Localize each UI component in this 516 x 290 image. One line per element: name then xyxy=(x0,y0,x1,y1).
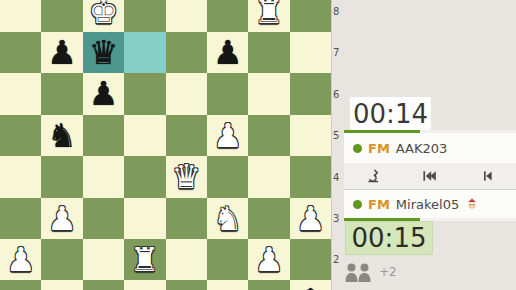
skip-to-start-button[interactable] xyxy=(415,166,445,186)
player-name: Mirakel05 xyxy=(396,197,459,212)
rank-label-2: 2 xyxy=(333,254,343,266)
rank-label-4: 4 xyxy=(333,172,343,184)
square-d1[interactable] xyxy=(124,280,165,290)
square-c5[interactable] xyxy=(83,115,124,156)
square-h2[interactable] xyxy=(290,239,331,280)
move-controls xyxy=(344,163,516,191)
square-h4[interactable] xyxy=(290,156,331,197)
square-a8[interactable] xyxy=(0,0,41,32)
square-a4[interactable] xyxy=(0,156,41,197)
step-back-button[interactable] xyxy=(472,166,502,186)
black-pawn[interactable]: ♟ xyxy=(207,32,248,73)
square-g6[interactable] xyxy=(248,73,289,114)
black-knight[interactable]: ♞ xyxy=(41,115,82,156)
white-pawn[interactable]: ♟ xyxy=(248,239,289,280)
white-pawn[interactable]: ♟ xyxy=(290,198,331,239)
white-pawn[interactable]: ♟ xyxy=(207,115,248,156)
spectators-icon xyxy=(344,261,374,283)
white-pawn[interactable]: ♟ xyxy=(41,198,82,239)
square-h7[interactable] xyxy=(290,32,331,73)
square-b2[interactable] xyxy=(41,239,82,280)
square-b4[interactable] xyxy=(41,156,82,197)
square-h8[interactable] xyxy=(290,0,331,32)
game-screen: ♚♜♟♛♟♟♞♟♛♟♞♟♟♜♟♚ 8765432 00:14 FM AAK203 xyxy=(0,0,516,290)
white-rook[interactable]: ♜ xyxy=(124,239,165,280)
opponent-title-badge: FM xyxy=(368,141,390,156)
square-d3[interactable] xyxy=(124,198,165,239)
analysis-microscope-icon xyxy=(366,169,380,183)
square-e3[interactable] xyxy=(166,198,207,239)
square-f6[interactable] xyxy=(207,73,248,114)
online-dot xyxy=(353,144,362,153)
square-d5[interactable] xyxy=(124,115,165,156)
square-b1[interactable] xyxy=(41,280,82,290)
online-dot xyxy=(353,200,362,209)
square-g4[interactable] xyxy=(248,156,289,197)
square-a3[interactable] xyxy=(0,198,41,239)
square-c2[interactable] xyxy=(83,239,124,280)
chess-board[interactable]: ♚♜♟♛♟♟♞♟♛♟♞♟♟♜♟♚ xyxy=(0,0,332,290)
square-g5[interactable] xyxy=(248,115,289,156)
rank-label-7: 7 xyxy=(333,47,343,59)
square-d6[interactable] xyxy=(124,73,165,114)
square-e6[interactable] xyxy=(166,73,207,114)
square-e5[interactable] xyxy=(166,115,207,156)
square-e8[interactable] xyxy=(166,0,207,32)
square-c4[interactable] xyxy=(83,156,124,197)
white-queen[interactable]: ♛ xyxy=(166,156,207,197)
square-b8[interactable] xyxy=(41,0,82,32)
spectators: +2 xyxy=(344,258,516,286)
square-g7[interactable] xyxy=(248,32,289,73)
square-f1[interactable] xyxy=(207,280,248,290)
square-a7[interactable] xyxy=(0,32,41,73)
white-king[interactable]: ♚ xyxy=(83,0,124,32)
square-g1[interactable] xyxy=(248,280,289,290)
board-edge-divider xyxy=(331,0,332,290)
black-king[interactable]: ♚ xyxy=(290,280,331,290)
rank-label-3: 3 xyxy=(333,213,343,225)
santa-flair-icon xyxy=(465,197,479,211)
square-h5[interactable] xyxy=(290,115,331,156)
square-f4[interactable] xyxy=(207,156,248,197)
square-f8[interactable] xyxy=(207,0,248,32)
square-d4[interactable] xyxy=(124,156,165,197)
square-a6[interactable] xyxy=(0,73,41,114)
white-rook[interactable]: ♜ xyxy=(248,0,289,32)
rank-label-5: 5 xyxy=(333,130,343,142)
player-title-badge: FM xyxy=(368,197,390,212)
black-queen[interactable]: ♛ xyxy=(83,32,124,73)
square-a5[interactable] xyxy=(0,115,41,156)
square-c3[interactable] xyxy=(83,198,124,239)
square-b6[interactable] xyxy=(41,73,82,114)
square-a1[interactable] xyxy=(0,280,41,290)
white-knight[interactable]: ♞ xyxy=(207,198,248,239)
opponent-row[interactable]: FM AAK203 xyxy=(344,133,516,163)
square-d7[interactable] xyxy=(124,32,165,73)
step-back-icon xyxy=(480,169,494,183)
player-clock-active: 00:15 xyxy=(345,221,433,255)
player-row[interactable]: FM Mirakel05 xyxy=(344,190,516,218)
square-h6[interactable] xyxy=(290,73,331,114)
skip-to-start-icon xyxy=(422,169,437,183)
black-pawn[interactable]: ♟ xyxy=(83,73,124,114)
analysis-button[interactable] xyxy=(358,166,388,186)
square-f2[interactable] xyxy=(207,239,248,280)
opponent-clock: 00:14 xyxy=(350,97,431,130)
opponent-name: AAK203 xyxy=(396,141,448,156)
rank-label-8: 8 xyxy=(333,6,343,18)
white-pawn[interactable]: ♟ xyxy=(0,239,41,280)
square-d8[interactable] xyxy=(124,0,165,32)
spectator-count: +2 xyxy=(379,265,397,279)
rank-label-6: 6 xyxy=(333,89,343,101)
square-e7[interactable] xyxy=(166,32,207,73)
square-g3[interactable] xyxy=(248,198,289,239)
square-e2[interactable] xyxy=(166,239,207,280)
square-e1[interactable] xyxy=(166,280,207,290)
black-pawn[interactable]: ♟ xyxy=(41,32,82,73)
square-c1[interactable] xyxy=(83,280,124,290)
